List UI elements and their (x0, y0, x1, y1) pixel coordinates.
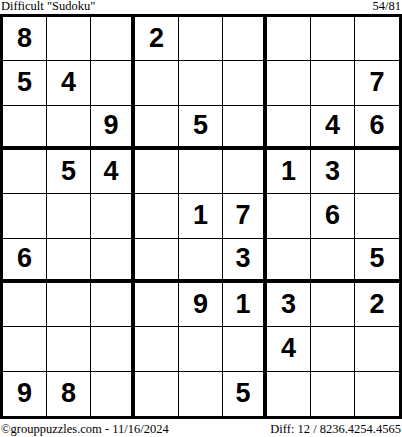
cell-r6c7 (267, 239, 311, 283)
cell-r2c1: 5 (3, 61, 47, 105)
cell-r3c5: 5 (179, 106, 223, 150)
cell-r4c7: 1 (267, 150, 311, 194)
cell-r7c2 (47, 283, 91, 327)
cell-r3c4 (135, 106, 179, 150)
cell-r1c5 (179, 17, 223, 61)
cell-r8c5 (179, 327, 223, 371)
cell-r8c1 (3, 327, 47, 371)
cell-r6c6: 3 (223, 239, 267, 283)
cell-r3c2 (47, 106, 91, 150)
cell-r1c6 (223, 17, 267, 61)
cell-r5c9 (355, 194, 399, 238)
cell-r9c7 (267, 372, 311, 416)
cell-r1c3 (91, 17, 135, 61)
cell-r5c5: 1 (179, 194, 223, 238)
cell-r5c7 (267, 194, 311, 238)
cell-r6c5 (179, 239, 223, 283)
cell-r9c6: 5 (223, 372, 267, 416)
cell-r5c2 (47, 194, 91, 238)
cell-r9c2: 8 (47, 372, 91, 416)
cell-r8c7: 4 (267, 327, 311, 371)
cell-r2c4 (135, 61, 179, 105)
cell-r8c8 (311, 327, 355, 371)
cell-r8c4 (135, 327, 179, 371)
puzzle-footer: ©grouppuzzles.com - 11/16/2024 Diff: 12 … (0, 419, 402, 437)
cell-r9c4 (135, 372, 179, 416)
cell-r2c9: 7 (355, 61, 399, 105)
cell-r4c2: 5 (47, 150, 91, 194)
cell-r2c5 (179, 61, 223, 105)
puzzle-header: Difficult "Sudoku" 54/81 (0, 0, 402, 14)
cell-r5c6: 7 (223, 194, 267, 238)
cell-r3c8: 4 (311, 106, 355, 150)
cell-r4c8: 3 (311, 150, 355, 194)
cell-r8c2 (47, 327, 91, 371)
cell-r7c3 (91, 283, 135, 327)
cell-r4c9 (355, 150, 399, 194)
cell-r4c3: 4 (91, 150, 135, 194)
cell-r9c8 (311, 372, 355, 416)
cell-r7c6: 1 (223, 283, 267, 327)
cell-r1c1: 8 (3, 17, 47, 61)
sudoku-board: 825479546541317663591324985 (0, 14, 402, 419)
cell-r5c8: 6 (311, 194, 355, 238)
cell-r3c1 (3, 106, 47, 150)
cell-r3c7 (267, 106, 311, 150)
cell-r9c3 (91, 372, 135, 416)
difficulty-text: Diff: 12 / 8236.4254.4565 (270, 422, 401, 437)
cell-r9c5 (179, 372, 223, 416)
cell-r5c4 (135, 194, 179, 238)
cell-r6c4 (135, 239, 179, 283)
cell-r5c3 (91, 194, 135, 238)
cell-r7c4 (135, 283, 179, 327)
copyright-text: ©grouppuzzles.com - 11/16/2024 (1, 422, 169, 437)
cell-r4c6 (223, 150, 267, 194)
cell-r8c3 (91, 327, 135, 371)
cell-r1c4: 2 (135, 17, 179, 61)
cell-r6c8 (311, 239, 355, 283)
cell-r7c8 (311, 283, 355, 327)
cell-r1c7 (267, 17, 311, 61)
cell-r6c9: 5 (355, 239, 399, 283)
cell-r7c5: 9 (179, 283, 223, 327)
cell-r8c9 (355, 327, 399, 371)
cell-r7c7: 3 (267, 283, 311, 327)
cell-r9c1: 9 (3, 372, 47, 416)
cell-r4c1 (3, 150, 47, 194)
clue-counter: 54/81 (373, 0, 401, 13)
cell-r8c6 (223, 327, 267, 371)
cell-r1c2 (47, 17, 91, 61)
cell-r7c9: 2 (355, 283, 399, 327)
cell-r4c4 (135, 150, 179, 194)
cell-r5c1 (3, 194, 47, 238)
cell-r1c8 (311, 17, 355, 61)
cell-r3c6 (223, 106, 267, 150)
cell-r4c5 (179, 150, 223, 194)
cell-r2c6 (223, 61, 267, 105)
cell-r2c2: 4 (47, 61, 91, 105)
cell-r3c3: 9 (91, 106, 135, 150)
cell-r6c3 (91, 239, 135, 283)
cell-r7c1 (3, 283, 47, 327)
cell-r2c7 (267, 61, 311, 105)
cell-r9c9 (355, 372, 399, 416)
cell-r2c3 (91, 61, 135, 105)
puzzle-title: Difficult "Sudoku" (1, 0, 95, 13)
cell-r3c9: 6 (355, 106, 399, 150)
cell-r6c1: 6 (3, 239, 47, 283)
cell-r6c2 (47, 239, 91, 283)
cell-r2c8 (311, 61, 355, 105)
cell-r1c9 (355, 17, 399, 61)
